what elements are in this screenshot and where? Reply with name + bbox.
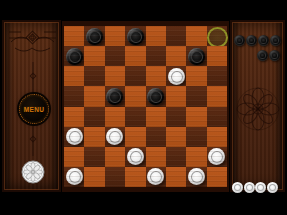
white-piece[interactable] [66, 128, 83, 145]
board-square[interactable] [146, 46, 166, 66]
white-piece[interactable] [188, 168, 205, 185]
board-square[interactable] [64, 107, 84, 127]
board-square[interactable] [166, 147, 186, 167]
board-square[interactable] [84, 167, 104, 187]
captured-white-piece [267, 182, 278, 193]
black-piece[interactable] [66, 48, 83, 65]
board-square[interactable] [125, 167, 145, 187]
board-square[interactable] [166, 46, 186, 66]
game-screen: MENU [0, 0, 287, 215]
board-grid [64, 26, 227, 187]
board-square[interactable] [64, 86, 84, 106]
black-piece[interactable] [127, 28, 144, 45]
board-square[interactable] [125, 147, 145, 167]
black-piece[interactable] [86, 28, 103, 45]
board-square[interactable] [84, 66, 104, 86]
board-square[interactable] [207, 167, 227, 187]
board-square[interactable] [166, 107, 186, 127]
captured-white-piece [232, 182, 243, 193]
filigree-stem-icon [29, 126, 37, 156]
board-square[interactable] [146, 147, 166, 167]
board-square[interactable] [146, 127, 166, 147]
board-square[interactable] [84, 86, 104, 106]
board-square[interactable] [105, 127, 125, 147]
board-square[interactable] [146, 107, 166, 127]
board-square[interactable] [125, 127, 145, 147]
board-square[interactable] [186, 86, 206, 106]
board-square[interactable] [105, 66, 125, 86]
board-square[interactable] [146, 26, 166, 46]
checkers-board [62, 21, 229, 192]
white-piece[interactable] [168, 68, 185, 85]
captured-white-piece [255, 182, 266, 193]
captured-white-tray [232, 22, 283, 190]
board-square[interactable] [207, 66, 227, 86]
board-square[interactable] [105, 86, 125, 106]
board-square[interactable] [207, 86, 227, 106]
black-piece[interactable] [188, 48, 205, 65]
board-square[interactable] [84, 127, 104, 147]
board-square[interactable] [186, 107, 206, 127]
board-square[interactable] [64, 46, 84, 66]
board-square[interactable] [64, 167, 84, 187]
menu-button-label: MENU [24, 106, 45, 113]
filigree-stem-icon [29, 62, 37, 94]
board-square[interactable] [146, 66, 166, 86]
board-square[interactable] [105, 107, 125, 127]
white-piece[interactable] [208, 148, 225, 165]
board-square[interactable] [125, 107, 145, 127]
board-square[interactable] [166, 127, 186, 147]
board-square[interactable] [166, 26, 186, 46]
board-square[interactable] [186, 127, 206, 147]
board-square[interactable] [105, 147, 125, 167]
board-square[interactable] [186, 66, 206, 86]
board-square[interactable] [146, 86, 166, 106]
white-piece[interactable] [66, 168, 83, 185]
menu-button[interactable]: MENU [19, 94, 49, 124]
black-piece[interactable] [106, 88, 123, 105]
board-square[interactable] [166, 66, 186, 86]
board-square[interactable] [125, 86, 145, 106]
board-square[interactable] [207, 107, 227, 127]
board-square[interactable] [64, 127, 84, 147]
board-square[interactable] [64, 26, 84, 46]
board-square[interactable] [105, 26, 125, 46]
board-square[interactable] [64, 66, 84, 86]
board-square[interactable] [166, 167, 186, 187]
board-square[interactable] [207, 46, 227, 66]
board-square[interactable] [84, 26, 104, 46]
board-square[interactable] [166, 86, 186, 106]
board-square[interactable] [146, 167, 166, 187]
move-highlight-ring [207, 27, 228, 48]
carved-scroll-ornament-icon [7, 26, 58, 60]
board-square[interactable] [207, 147, 227, 167]
white-piece[interactable] [106, 128, 123, 145]
board-square[interactable] [84, 107, 104, 127]
black-piece[interactable] [147, 88, 164, 105]
board-square[interactable] [186, 26, 206, 46]
board-square[interactable] [125, 66, 145, 86]
right-panel [230, 20, 285, 192]
white-piece[interactable] [147, 168, 164, 185]
board-square[interactable] [207, 127, 227, 147]
board-square[interactable] [186, 167, 206, 187]
board-square[interactable] [84, 46, 104, 66]
board-square[interactable] [125, 26, 145, 46]
board-square[interactable] [186, 147, 206, 167]
board-square[interactable] [186, 46, 206, 66]
board-square[interactable] [64, 147, 84, 167]
board-square[interactable] [105, 167, 125, 187]
white-rosette-icon [21, 160, 45, 184]
board-square[interactable] [207, 26, 227, 46]
white-piece[interactable] [127, 148, 144, 165]
board-square[interactable] [105, 46, 125, 66]
left-panel: MENU [2, 20, 61, 192]
board-square[interactable] [84, 147, 104, 167]
captured-white-piece [244, 182, 255, 193]
board-square[interactable] [125, 46, 145, 66]
